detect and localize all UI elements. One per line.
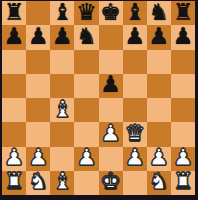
black-rook[interactable]: ♜ [173,1,194,24]
black-pawn[interactable]: ♟ [4,25,25,48]
square-b2[interactable]: ♟ [26,147,50,171]
square-f3[interactable]: ♛ [123,122,147,146]
square-e3[interactable]: ♟ [99,122,123,146]
square-c2[interactable] [50,147,74,171]
square-h6[interactable] [171,50,195,74]
square-d8[interactable]: ♛ [74,1,98,25]
square-b7[interactable]: ♟ [26,25,50,49]
square-g4[interactable] [147,98,171,122]
white-bishop[interactable]: ♝ [52,170,73,193]
square-f7[interactable]: ♟ [123,25,147,49]
square-f1[interactable] [123,171,147,195]
square-a6[interactable] [2,50,26,74]
black-bishop[interactable]: ♝ [124,1,145,24]
square-e1[interactable]: ♚ [99,171,123,195]
square-c3[interactable] [50,122,74,146]
square-e4[interactable] [99,98,123,122]
square-c5[interactable] [50,74,74,98]
white-rook[interactable]: ♜ [4,170,25,193]
square-f8[interactable]: ♝ [123,1,147,25]
square-b8[interactable] [26,1,50,25]
white-pawn[interactable]: ♟ [28,146,49,169]
white-pawn[interactable]: ♟ [100,122,121,145]
black-knight[interactable]: ♞ [149,1,170,24]
square-d2[interactable]: ♟ [74,147,98,171]
chess-board-frame: ♜♝♛♚♝♞♜♟♟♟♞♟♟♟♟♝♟♛♟♟♟♟♟♟♜♞♝♚♞♜ [0,0,198,200]
square-h7[interactable]: ♟ [171,25,195,49]
square-c8[interactable]: ♝ [50,1,74,25]
black-pawn[interactable]: ♟ [173,25,194,48]
chess-board: ♜♝♛♚♝♞♜♟♟♟♞♟♟♟♟♝♟♛♟♟♟♟♟♟♜♞♝♚♞♜ [2,1,195,195]
square-f5[interactable] [123,74,147,98]
white-pawn[interactable]: ♟ [149,146,170,169]
square-d7[interactable]: ♞ [74,25,98,49]
black-rook[interactable]: ♜ [4,1,25,24]
square-b5[interactable] [26,74,50,98]
black-queen[interactable]: ♛ [76,1,97,24]
black-pawn[interactable]: ♟ [28,25,49,48]
black-pawn[interactable]: ♟ [52,25,73,48]
square-b3[interactable] [26,122,50,146]
square-a8[interactable]: ♜ [2,1,26,25]
square-c4[interactable]: ♝ [50,98,74,122]
square-b4[interactable] [26,98,50,122]
square-f2[interactable]: ♟ [123,147,147,171]
square-f6[interactable] [123,50,147,74]
square-c6[interactable] [50,50,74,74]
square-d3[interactable] [74,122,98,146]
white-pawn[interactable]: ♟ [173,146,194,169]
square-e6[interactable] [99,50,123,74]
square-d1[interactable] [74,171,98,195]
square-h1[interactable]: ♜ [171,171,195,195]
square-a3[interactable] [2,122,26,146]
white-pawn[interactable]: ♟ [76,146,97,169]
square-h8[interactable]: ♜ [171,1,195,25]
square-a7[interactable]: ♟ [2,25,26,49]
square-a4[interactable] [2,98,26,122]
black-pawn[interactable]: ♟ [124,25,145,48]
square-e7[interactable] [99,25,123,49]
white-knight[interactable]: ♞ [28,170,49,193]
square-g2[interactable]: ♟ [147,147,171,171]
white-rook[interactable]: ♜ [173,170,194,193]
white-pawn[interactable]: ♟ [124,146,145,169]
square-c7[interactable]: ♟ [50,25,74,49]
square-e8[interactable]: ♚ [99,1,123,25]
square-g3[interactable] [147,122,171,146]
black-pawn[interactable]: ♟ [100,73,121,96]
square-e2[interactable] [99,147,123,171]
white-bishop[interactable]: ♝ [52,98,73,121]
square-a5[interactable] [2,74,26,98]
square-a2[interactable]: ♟ [2,147,26,171]
square-h3[interactable] [171,122,195,146]
square-g1[interactable]: ♞ [147,171,171,195]
square-d5[interactable] [74,74,98,98]
black-bishop[interactable]: ♝ [52,1,73,24]
black-knight[interactable]: ♞ [76,25,97,48]
square-h5[interactable] [171,74,195,98]
black-king[interactable]: ♚ [100,1,121,24]
square-g8[interactable]: ♞ [147,1,171,25]
square-f4[interactable] [123,98,147,122]
square-h4[interactable] [171,98,195,122]
square-c1[interactable]: ♝ [50,171,74,195]
white-pawn[interactable]: ♟ [4,146,25,169]
square-d4[interactable] [74,98,98,122]
square-h2[interactable]: ♟ [171,147,195,171]
square-a1[interactable]: ♜ [2,171,26,195]
white-king[interactable]: ♚ [100,170,121,193]
white-knight[interactable]: ♞ [149,170,170,193]
square-g6[interactable] [147,50,171,74]
black-pawn[interactable]: ♟ [149,25,170,48]
square-g5[interactable] [147,74,171,98]
square-g7[interactable]: ♟ [147,25,171,49]
square-d6[interactable] [74,50,98,74]
square-e5[interactable]: ♟ [99,74,123,98]
square-b6[interactable] [26,50,50,74]
white-queen[interactable]: ♛ [124,122,145,145]
square-b1[interactable]: ♞ [26,171,50,195]
